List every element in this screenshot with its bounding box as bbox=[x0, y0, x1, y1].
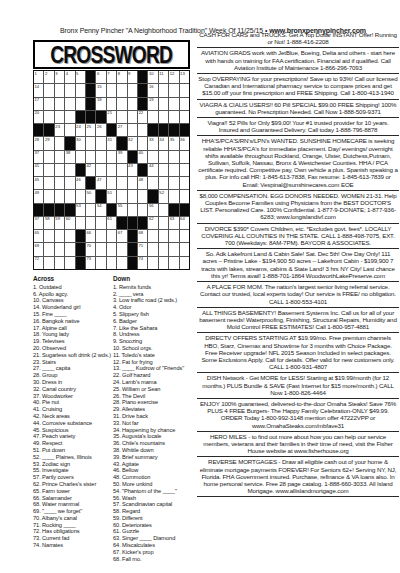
grid-cell[interactable] bbox=[169, 164, 178, 176]
grid-cell[interactable]: 47 bbox=[96, 177, 105, 189]
grid-cell[interactable]: 50 bbox=[86, 190, 95, 202]
cell-number: 53 bbox=[76, 203, 81, 208]
grid-cell-black bbox=[128, 217, 137, 229]
grid-cell[interactable]: 41 bbox=[34, 164, 43, 176]
grid-cell[interactable] bbox=[128, 204, 137, 216]
grid-cell[interactable] bbox=[138, 204, 147, 216]
grid-cell[interactable] bbox=[65, 111, 74, 123]
cell-number: 6 bbox=[97, 71, 99, 76]
cell-number: 36 bbox=[180, 137, 185, 142]
down-clue-39: 39. Brief summary bbox=[113, 454, 197, 461]
across-clue-44: 44. Corrosive substance bbox=[33, 420, 112, 427]
grid-cell[interactable] bbox=[169, 151, 178, 163]
grid-cell[interactable] bbox=[55, 111, 64, 123]
across-clue-28: 28. Group bbox=[33, 372, 112, 379]
grid-cell[interactable] bbox=[159, 243, 168, 255]
grid-cell[interactable] bbox=[55, 257, 64, 269]
grid-cell[interactable]: 18 bbox=[96, 98, 105, 110]
grid-cell[interactable]: 48 bbox=[138, 177, 147, 189]
grid-cell[interactable]: 66 bbox=[86, 230, 95, 242]
cell-number: 21 bbox=[107, 110, 112, 115]
down-header: Down bbox=[113, 276, 197, 283]
grid-cell[interactable] bbox=[96, 137, 105, 149]
cell-number: 22 bbox=[138, 110, 143, 115]
grid-cell[interactable] bbox=[107, 98, 116, 110]
grid-cell-black bbox=[107, 124, 116, 136]
grid-cell[interactable] bbox=[55, 177, 64, 189]
cell-number: 27 bbox=[118, 124, 123, 129]
grid-cell-black bbox=[138, 217, 147, 229]
classified-ad-10: A PLACE FOR MOM. The nation's largest se… bbox=[197, 282, 399, 308]
grid-cell[interactable] bbox=[107, 230, 116, 242]
cell-number: 14 bbox=[35, 84, 40, 89]
grid-cell[interactable]: 4 bbox=[65, 71, 74, 83]
classified-ad-16: REVERSE MORTGAGES - Draw all eligible ca… bbox=[197, 457, 399, 497]
grid-cell-black bbox=[65, 137, 74, 149]
down-clue-28: 28. Piano exercise bbox=[113, 399, 197, 406]
grid-cell[interactable] bbox=[159, 257, 168, 269]
cell-number: 15 bbox=[97, 84, 102, 89]
grid-cell[interactable] bbox=[148, 111, 157, 123]
grid-cell[interactable] bbox=[96, 164, 105, 176]
cell-number: 33 bbox=[149, 137, 154, 142]
grid-cell[interactable]: 5 bbox=[76, 71, 85, 83]
cell-number: 11 bbox=[159, 71, 163, 76]
grid-cell[interactable] bbox=[138, 190, 147, 202]
cell-number: 74 bbox=[138, 256, 143, 261]
down-clue-59: 59. Different bbox=[113, 515, 197, 522]
grid-cell[interactable]: 61 bbox=[107, 217, 116, 229]
grid-cell[interactable] bbox=[76, 151, 85, 163]
across-clue-69: 69. "____ we forget" bbox=[33, 508, 112, 515]
grid-cell-black bbox=[86, 177, 95, 189]
grid-cell[interactable] bbox=[128, 177, 137, 189]
grid-cell[interactable] bbox=[44, 98, 53, 110]
grid-cell[interactable]: 49 bbox=[34, 190, 43, 202]
grid-cell[interactable] bbox=[107, 84, 116, 96]
grid-cell[interactable] bbox=[159, 164, 168, 176]
across-clue-53: 53. Zodiac sign bbox=[33, 461, 112, 468]
grid-cell[interactable] bbox=[128, 84, 137, 96]
cell-number: 37 bbox=[35, 150, 40, 155]
grid-cell[interactable] bbox=[107, 177, 116, 189]
cell-number: 30 bbox=[76, 137, 81, 142]
grid-cell[interactable]: 10 bbox=[148, 71, 157, 83]
grid-cell[interactable] bbox=[117, 111, 126, 123]
grid-cell[interactable] bbox=[180, 177, 189, 189]
down-clue-12: 12. Fat for frying bbox=[113, 359, 197, 366]
grid-cell[interactable] bbox=[128, 98, 137, 110]
across-clue-71: 71. Rocking ____ bbox=[33, 522, 112, 529]
grid-cell[interactable] bbox=[55, 230, 64, 242]
grid-cell-black bbox=[86, 84, 95, 96]
grid-cell[interactable]: 32 bbox=[128, 137, 137, 149]
grid-cell[interactable]: 42 bbox=[86, 164, 95, 176]
grid-cell[interactable]: 51 bbox=[107, 190, 116, 202]
down-clue-4: 4. Odor bbox=[113, 304, 197, 311]
down-clue-48: 48. Commotion bbox=[113, 474, 197, 481]
grid-cell[interactable] bbox=[180, 243, 189, 255]
grid-cell-black bbox=[76, 164, 85, 176]
grid-cell[interactable] bbox=[55, 190, 64, 202]
across-clue-74: 74. Narrates bbox=[33, 542, 112, 549]
grid-cell[interactable]: 60 bbox=[65, 217, 74, 229]
grid-cell[interactable]: 2 bbox=[44, 71, 53, 83]
grid-cell[interactable] bbox=[44, 257, 53, 269]
grid-cell[interactable] bbox=[55, 137, 64, 149]
grid-cell[interactable] bbox=[117, 190, 126, 202]
grid-cell[interactable]: 39 bbox=[117, 151, 126, 163]
grid-cell[interactable] bbox=[65, 124, 74, 136]
grid-cell[interactable]: 52 bbox=[159, 190, 168, 202]
grid-cell[interactable]: 34 bbox=[159, 137, 168, 149]
across-clue-49: 49. Respect bbox=[33, 440, 112, 447]
grid-cell[interactable] bbox=[107, 164, 116, 176]
grid-cell[interactable] bbox=[86, 151, 95, 163]
down-clue-56: 56. Wash bbox=[113, 495, 197, 502]
cell-number: 16 bbox=[149, 84, 154, 89]
grid-cell[interactable] bbox=[44, 190, 53, 202]
grid-cell[interactable]: 35 bbox=[169, 137, 178, 149]
across-clue-30: 30. Dress in bbox=[33, 379, 112, 386]
grid-cell[interactable]: 6 bbox=[96, 71, 105, 83]
grid-cell[interactable] bbox=[117, 164, 126, 176]
grid-cell[interactable]: 11 bbox=[159, 71, 168, 83]
cell-number: 69 bbox=[35, 243, 40, 248]
grid-cell[interactable] bbox=[117, 243, 126, 255]
grid-cell[interactable]: 65 bbox=[34, 230, 43, 242]
grid-cell[interactable] bbox=[44, 151, 53, 163]
grid-cell[interactable] bbox=[128, 111, 137, 123]
grid-cell[interactable]: 30 bbox=[76, 137, 85, 149]
grid-cell[interactable] bbox=[65, 257, 74, 269]
grid-cell[interactable] bbox=[96, 230, 105, 242]
grid-cell[interactable]: 23 bbox=[55, 124, 64, 136]
grid-cell[interactable]: 45 bbox=[34, 177, 43, 189]
grid-cell[interactable] bbox=[107, 151, 116, 163]
grid-cell[interactable] bbox=[180, 190, 189, 202]
grid-cell[interactable]: 72 bbox=[34, 257, 43, 269]
grid-cell[interactable] bbox=[180, 84, 189, 96]
cell-number: 3 bbox=[55, 71, 57, 76]
grid-cell-black bbox=[86, 71, 95, 83]
cell-number: 29 bbox=[45, 137, 50, 142]
grid-cell[interactable] bbox=[128, 190, 137, 202]
down-clue-43: 43. Agitate bbox=[113, 461, 197, 468]
grid-cell[interactable] bbox=[65, 230, 74, 242]
grid-cell[interactable]: 3 bbox=[55, 71, 64, 83]
across-clue-52: 52. ____ Plaines, Illinois bbox=[33, 454, 112, 461]
grid-cell[interactable]: 20 bbox=[34, 111, 43, 123]
cell-number: 12 bbox=[170, 71, 175, 76]
grid-cell[interactable] bbox=[44, 111, 53, 123]
cell-number: 57 bbox=[35, 216, 40, 221]
grid-cell[interactable]: 1 bbox=[34, 71, 43, 83]
grid-cell-black bbox=[148, 124, 157, 136]
down-clue-29: 29. Alleviates bbox=[113, 406, 197, 413]
grid-cell[interactable]: 53 bbox=[76, 204, 85, 216]
grid-cell[interactable]: 40 bbox=[138, 151, 147, 163]
grid-cell[interactable]: 63 bbox=[169, 217, 178, 229]
across-clue-10: 10. Canvass bbox=[33, 297, 112, 304]
grid-cell[interactable]: 70 bbox=[86, 243, 95, 255]
grid-cell[interactable]: 67 bbox=[117, 230, 126, 242]
grid-cell[interactable] bbox=[117, 84, 126, 96]
grid-cell-black bbox=[138, 84, 147, 96]
across-clue-40: 40. Pie nut bbox=[33, 399, 112, 406]
down-clue-68: 68. Fall mo. bbox=[113, 556, 197, 563]
grid-cell[interactable] bbox=[44, 243, 53, 255]
grid-cell[interactable] bbox=[169, 98, 178, 110]
grid-cell[interactable]: 26 bbox=[96, 124, 105, 136]
across-clue-42: 42. Neck areas bbox=[33, 413, 112, 420]
across-clue-55: 55. Investigate bbox=[33, 467, 112, 474]
cell-number: 28 bbox=[35, 137, 40, 142]
cell-number: 56 bbox=[149, 203, 154, 208]
grid-cell[interactable] bbox=[159, 177, 168, 189]
grid-cell[interactable]: 44 bbox=[148, 164, 157, 176]
grid-cell[interactable] bbox=[159, 230, 168, 242]
grid-cell[interactable] bbox=[148, 230, 157, 242]
grid-cell[interactable]: 29 bbox=[44, 137, 53, 149]
grid-cell[interactable] bbox=[86, 137, 95, 149]
grid-cell[interactable] bbox=[180, 111, 189, 123]
down-clue-34: 34. Happening by chance bbox=[113, 427, 197, 434]
grid-cell[interactable] bbox=[148, 151, 157, 163]
grid-cell[interactable] bbox=[107, 257, 116, 269]
down-clues: Down 1. Remits funds2. ____ vera3. Low t… bbox=[113, 276, 197, 562]
cell-number: 67 bbox=[118, 230, 123, 235]
down-clue-61: 61. Guzzle bbox=[113, 528, 197, 535]
grid-cell[interactable] bbox=[159, 111, 168, 123]
grid-cell[interactable] bbox=[65, 243, 74, 255]
grid-cell[interactable]: 74 bbox=[138, 257, 147, 269]
grid-cell[interactable] bbox=[55, 151, 64, 163]
classified-ad-12: DIRECTV OFFERS STARTING AT $19.99/mo. Fr… bbox=[197, 333, 399, 373]
cell-number: 68 bbox=[138, 230, 143, 235]
grid-cell[interactable]: 17 bbox=[34, 98, 43, 110]
grid-cell[interactable] bbox=[65, 164, 74, 176]
grid-cell[interactable] bbox=[65, 98, 74, 110]
down-clue-24: 24. Lamb's mama bbox=[113, 379, 197, 386]
grid-cell[interactable] bbox=[44, 164, 53, 176]
grid-cell[interactable] bbox=[180, 257, 189, 269]
grid-cell[interactable] bbox=[86, 217, 95, 229]
grid-cell[interactable]: 13 bbox=[180, 71, 189, 83]
grid-cell[interactable] bbox=[86, 204, 95, 216]
cell-number: 19 bbox=[149, 97, 154, 102]
down-clue-9: 9. Snoozing bbox=[113, 338, 197, 345]
grid-cell[interactable]: 12 bbox=[169, 71, 178, 83]
grid-cell[interactable] bbox=[76, 84, 85, 96]
grid-cell[interactable] bbox=[180, 164, 189, 176]
across-clues: Across 1. Outdated6. Apollo agcy.10. Can… bbox=[33, 276, 112, 549]
grid-cell[interactable]: 73 bbox=[86, 257, 95, 269]
grid-cell[interactable]: 68 bbox=[138, 230, 147, 242]
across-clue-1: 1. Outdated bbox=[33, 284, 112, 291]
cell-number: 17 bbox=[35, 97, 40, 102]
down-clue-7: 7. Like the Sahara bbox=[113, 325, 197, 332]
down-clue-1: 1. Remits funds bbox=[113, 284, 197, 291]
across-clue-23: 23. Stairs bbox=[33, 359, 112, 366]
grid-cell[interactable]: 16 bbox=[148, 84, 157, 96]
grid-cell[interactable] bbox=[55, 243, 64, 255]
grid-cell[interactable] bbox=[65, 177, 74, 189]
grid-cell[interactable] bbox=[169, 257, 178, 269]
cell-number: 52 bbox=[159, 190, 164, 195]
grid-cell-black bbox=[159, 124, 168, 136]
grid-cell[interactable]: 54 bbox=[96, 204, 105, 216]
across-clue-20: 20. Observed bbox=[33, 345, 112, 352]
grid-cell[interactable]: 14 bbox=[34, 84, 43, 96]
grid-cell[interactable] bbox=[148, 243, 157, 255]
classified-ad-9: So. Adk Lakefront Land & Cabin Sale! Sat… bbox=[197, 249, 399, 282]
grid-cell[interactable]: 33 bbox=[148, 137, 157, 149]
grid-cell[interactable] bbox=[169, 84, 178, 96]
grid-cell[interactable] bbox=[65, 190, 74, 202]
grid-cell[interactable] bbox=[169, 177, 178, 189]
grid-cell[interactable] bbox=[44, 177, 53, 189]
grid-cell-black bbox=[44, 204, 53, 216]
grid-cell[interactable]: 7 bbox=[107, 71, 116, 83]
grid-cell[interactable] bbox=[117, 98, 126, 110]
grid-cell[interactable] bbox=[148, 257, 157, 269]
grid-cell[interactable] bbox=[76, 217, 85, 229]
cell-number: 7 bbox=[107, 71, 109, 76]
grid-cell[interactable]: 9 bbox=[128, 71, 137, 83]
grid-cell[interactable]: 62 bbox=[148, 217, 157, 229]
grid-cell-black bbox=[180, 124, 189, 136]
grid-cell[interactable]: 69 bbox=[34, 243, 43, 255]
grid-cell[interactable]: 8 bbox=[117, 71, 126, 83]
cell-number: 5 bbox=[76, 71, 78, 76]
grid-cell[interactable]: 28 bbox=[34, 137, 43, 149]
grid-cell-black bbox=[34, 204, 43, 216]
grid-cell[interactable]: 27 bbox=[117, 124, 126, 136]
cell-number: 70 bbox=[86, 243, 91, 248]
across-clue-47: 47. Peach variety bbox=[33, 433, 112, 440]
grid-cell-black bbox=[180, 204, 189, 216]
grid-cell[interactable] bbox=[107, 243, 116, 255]
cell-number: 20 bbox=[35, 110, 40, 115]
cell-number: 18 bbox=[97, 97, 102, 102]
grid-cell[interactable] bbox=[55, 84, 64, 96]
grid-cell[interactable] bbox=[169, 243, 178, 255]
grid-cell[interactable] bbox=[148, 177, 157, 189]
grid-cell[interactable]: 58 bbox=[44, 217, 53, 229]
down-clue-11: 11. Toledo's state bbox=[113, 352, 197, 359]
classified-ad-15: HERO MILES - to find out more about how … bbox=[197, 432, 399, 458]
grid-cell[interactable]: 38 bbox=[65, 151, 74, 163]
grid-cell[interactable]: 56 bbox=[148, 204, 157, 216]
grid-cell[interactable] bbox=[169, 111, 178, 123]
grid-cell[interactable] bbox=[128, 124, 137, 136]
down-clue-60: 60. Deteriorates bbox=[113, 522, 197, 529]
grid-cell[interactable] bbox=[44, 230, 53, 242]
grid-cell[interactable] bbox=[55, 98, 64, 110]
grid-cell[interactable] bbox=[138, 124, 147, 136]
grid-cell[interactable] bbox=[96, 257, 105, 269]
grid-cell[interactable]: 71 bbox=[138, 243, 147, 255]
grid-cell-black bbox=[169, 124, 178, 136]
cell-number: 55 bbox=[118, 203, 123, 208]
grid-cell-black bbox=[117, 137, 126, 149]
grid-cell[interactable]: 43 bbox=[128, 164, 137, 176]
across-clue-72: 72. Has obligations bbox=[33, 528, 112, 535]
grid-cell[interactable] bbox=[169, 190, 178, 202]
cell-number: 64 bbox=[180, 216, 185, 221]
grid-cell-black bbox=[169, 204, 178, 216]
grid-cell[interactable]: 19 bbox=[148, 98, 157, 110]
grid-cell[interactable]: 15 bbox=[96, 84, 105, 96]
grid-cell[interactable] bbox=[180, 98, 189, 110]
grid-cell[interactable] bbox=[96, 151, 105, 163]
grid-cell-black bbox=[76, 111, 85, 123]
grid-cell[interactable]: 25 bbox=[86, 124, 95, 136]
grid-cell[interactable] bbox=[159, 98, 168, 110]
grid-cell[interactable]: 24 bbox=[76, 124, 85, 136]
grid-cell-black bbox=[138, 98, 147, 110]
cell-number: 31 bbox=[107, 137, 112, 142]
down-clue-63: 63. Singer ____ Diamond bbox=[113, 535, 197, 542]
grid-cell[interactable] bbox=[159, 204, 168, 216]
grid-cell[interactable] bbox=[159, 217, 168, 229]
grid-cell[interactable] bbox=[76, 98, 85, 110]
grid-cell-black bbox=[96, 111, 105, 123]
grid-cell[interactable] bbox=[180, 151, 189, 163]
cell-number: 13 bbox=[180, 71, 185, 76]
grid-cell[interactable] bbox=[117, 177, 126, 189]
grid-cell[interactable] bbox=[65, 84, 74, 96]
cell-number: 23 bbox=[55, 124, 60, 129]
grid-cell-black bbox=[76, 243, 85, 255]
crossword-masthead-text: CROSSWORD bbox=[51, 43, 173, 67]
crossword-masthead: CROSSWORD bbox=[33, 40, 190, 69]
grid-cell[interactable] bbox=[44, 84, 53, 96]
grid-cell-black bbox=[34, 124, 43, 136]
grid-cell[interactable]: 46 bbox=[76, 177, 85, 189]
cell-number: 65 bbox=[35, 230, 40, 235]
cell-number: 48 bbox=[138, 177, 143, 182]
grid-cell[interactable] bbox=[117, 257, 126, 269]
cell-number: 59 bbox=[55, 216, 60, 221]
grid-cell[interactable]: 55 bbox=[117, 204, 126, 216]
grid-cell[interactable] bbox=[96, 243, 105, 255]
down-clue-50: 50. More unkind bbox=[113, 481, 197, 488]
cell-number: 41 bbox=[35, 163, 40, 168]
grid-cell[interactable] bbox=[55, 164, 64, 176]
grid-cell[interactable]: 37 bbox=[34, 151, 43, 163]
grid-cell[interactable]: 21 bbox=[107, 111, 116, 123]
grid-cell[interactable]: 64 bbox=[180, 217, 189, 229]
grid-cell[interactable]: 31 bbox=[107, 137, 116, 149]
grid-cell[interactable] bbox=[169, 230, 178, 242]
classified-ad-4: VIAGRA & CIALIS USERS!! 60 Pill SPECIAL … bbox=[197, 100, 399, 118]
grid-cell[interactable]: 59 bbox=[55, 217, 64, 229]
grid-cell[interactable] bbox=[138, 137, 147, 149]
down-clue-54: 54. "Phantom of the ____" bbox=[113, 488, 197, 495]
grid-cell[interactable]: 22 bbox=[138, 111, 147, 123]
cell-number: 4 bbox=[66, 71, 68, 76]
grid-cell[interactable] bbox=[159, 84, 168, 96]
grid-cell[interactable] bbox=[76, 190, 85, 202]
grid-cell[interactable]: 57 bbox=[34, 217, 43, 229]
grid-cell[interactable] bbox=[96, 217, 105, 229]
grid-cell[interactable]: 36 bbox=[180, 137, 189, 149]
grid-cell[interactable] bbox=[159, 151, 168, 163]
grid-cell-black bbox=[138, 164, 147, 176]
grid-cell[interactable] bbox=[180, 230, 189, 242]
